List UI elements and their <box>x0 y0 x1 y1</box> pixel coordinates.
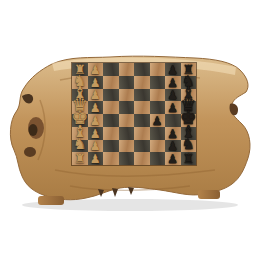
board-square[interactable] <box>103 89 119 102</box>
board-square[interactable] <box>103 63 119 76</box>
white-pawn-piece[interactable]: ♟ <box>90 102 101 114</box>
black-pawn-piece[interactable]: ♟ <box>167 153 178 165</box>
board-square[interactable]: ♟ <box>88 76 104 89</box>
board-square[interactable]: ♟ <box>150 114 166 127</box>
board-square[interactable] <box>134 89 150 102</box>
board-square[interactable]: ♟ <box>165 127 181 140</box>
black-rook-piece[interactable]: ♜ <box>182 152 194 165</box>
board-square[interactable] <box>165 114 181 127</box>
white-pawn-piece[interactable]: ♟ <box>90 64 101 76</box>
board-square[interactable] <box>119 101 135 114</box>
white-rook-piece[interactable]: ♜ <box>74 152 86 165</box>
black-pawn-piece[interactable]: ♟ <box>167 128 178 140</box>
board-square[interactable] <box>150 101 166 114</box>
board-square[interactable] <box>119 89 135 102</box>
board-square[interactable] <box>119 140 135 153</box>
board-square[interactable] <box>134 152 150 165</box>
board-square[interactable] <box>150 140 166 153</box>
wood-knot <box>29 124 38 136</box>
product-photo-canvas: ♜♟♟♜♞♟♟♞♝♟♟♝♛♟♟♛♚♟♟♚♝♟♟♝♞♟♟♞♜♟♟♜ <box>0 0 260 260</box>
board-square[interactable] <box>150 89 166 102</box>
board-square[interactable] <box>103 114 119 127</box>
board-square[interactable] <box>150 127 166 140</box>
board-square[interactable] <box>134 114 150 127</box>
wood-knot <box>24 147 36 157</box>
white-pawn-piece[interactable]: ♟ <box>90 89 101 101</box>
board-square[interactable] <box>134 140 150 153</box>
slab-foot <box>38 196 64 205</box>
board-square[interactable]: ♟ <box>165 140 181 153</box>
board-square[interactable] <box>103 76 119 89</box>
white-pawn-piece[interactable]: ♟ <box>90 153 101 165</box>
white-pawn-piece[interactable]: ♟ <box>90 140 101 152</box>
white-knight-piece[interactable]: ♞ <box>73 137 86 152</box>
white-pawn-piece[interactable]: ♟ <box>90 115 101 127</box>
board-square[interactable] <box>103 101 119 114</box>
board-square[interactable] <box>134 63 150 76</box>
board-square[interactable]: ♟ <box>88 114 104 127</box>
board-square[interactable] <box>103 140 119 153</box>
black-pawn-piece[interactable]: ♟ <box>167 77 178 89</box>
black-pawn-piece[interactable]: ♟ <box>167 102 178 114</box>
board-square[interactable]: ♟ <box>165 152 181 165</box>
black-pawn-piece[interactable]: ♟ <box>152 115 163 127</box>
board-square[interactable]: ♟ <box>165 89 181 102</box>
slab-foot <box>198 190 220 199</box>
board-square[interactable]: ♟ <box>165 76 181 89</box>
board-square[interactable] <box>134 101 150 114</box>
board-square[interactable]: ♟ <box>88 89 104 102</box>
black-pawn-piece[interactable]: ♟ <box>167 64 178 76</box>
board-square[interactable]: ♟ <box>88 63 104 76</box>
black-knight-piece[interactable]: ♞ <box>182 137 195 152</box>
chess-board[interactable]: ♜♟♟♜♞♟♟♞♝♟♟♝♛♟♟♛♚♟♟♚♝♟♟♝♞♟♟♞♜♟♟♜ <box>71 62 197 166</box>
board-square[interactable] <box>119 63 135 76</box>
board-square[interactable] <box>119 114 135 127</box>
board-square[interactable] <box>134 76 150 89</box>
board-square[interactable] <box>150 63 166 76</box>
board-square[interactable]: ♜ <box>72 152 88 165</box>
board-square[interactable]: ♟ <box>88 140 104 153</box>
board-square[interactable]: ♟ <box>165 63 181 76</box>
board-square[interactable] <box>150 152 166 165</box>
board-square[interactable] <box>103 127 119 140</box>
white-pawn-piece[interactable]: ♟ <box>90 77 101 89</box>
board-square[interactable]: ♜ <box>181 152 197 165</box>
board-square[interactable] <box>119 127 135 140</box>
board-square[interactable] <box>119 76 135 89</box>
board-square[interactable] <box>150 76 166 89</box>
board-square[interactable] <box>119 152 135 165</box>
white-pawn-piece[interactable]: ♟ <box>90 128 101 140</box>
black-pawn-piece[interactable]: ♟ <box>167 140 178 152</box>
board-square[interactable]: ♟ <box>88 127 104 140</box>
black-pawn-piece[interactable]: ♟ <box>167 89 178 101</box>
board-square[interactable] <box>103 152 119 165</box>
board-square[interactable]: ♟ <box>165 101 181 114</box>
board-square[interactable]: ♟ <box>88 101 104 114</box>
board-square[interactable]: ♟ <box>88 152 104 165</box>
board-square[interactable] <box>134 127 150 140</box>
